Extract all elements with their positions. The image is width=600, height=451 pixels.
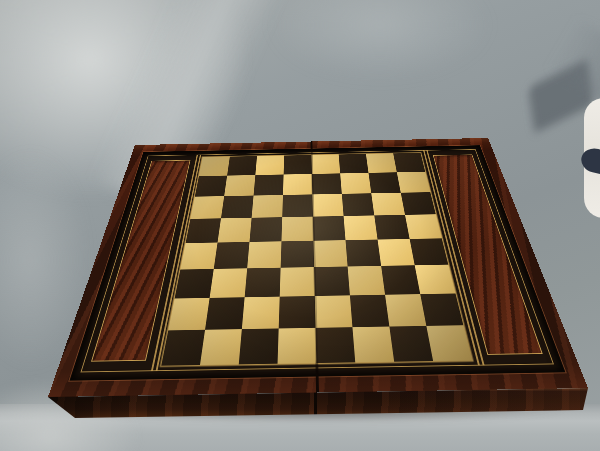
board-square (283, 174, 312, 195)
board-square (371, 193, 405, 216)
board-square (210, 268, 248, 298)
board-square (340, 173, 371, 194)
board-square (249, 217, 282, 242)
board-square (245, 268, 281, 298)
board-square (200, 329, 242, 365)
board-square (315, 295, 353, 327)
board-square (346, 240, 382, 267)
board-square (410, 238, 449, 265)
fabric-fold-highlight (270, 0, 490, 80)
board-square (405, 214, 442, 239)
board-square (312, 173, 342, 194)
board-square (311, 154, 340, 173)
board-square (314, 266, 350, 296)
board-square (316, 327, 356, 363)
board-square (186, 218, 221, 243)
board-square (195, 176, 227, 197)
board-square (190, 196, 224, 219)
board-square (281, 241, 314, 268)
board-square (214, 242, 250, 269)
board-square (252, 195, 283, 218)
scene (0, 0, 600, 451)
board-square (348, 266, 385, 295)
board-square (221, 196, 254, 219)
board-square (205, 297, 245, 330)
board-square (280, 267, 315, 297)
board-square (397, 172, 430, 193)
board-square (339, 154, 369, 173)
board-square (255, 156, 284, 175)
board-well (71, 146, 565, 380)
board-square (218, 218, 252, 243)
board-square (312, 194, 343, 217)
board-square (415, 265, 456, 294)
board-square (282, 194, 313, 217)
board-square (278, 328, 317, 364)
board-square (161, 330, 205, 366)
board-square (342, 193, 374, 216)
board-square (385, 294, 426, 326)
board-square (344, 215, 378, 240)
board-square (254, 174, 284, 195)
background-object (584, 98, 600, 218)
board-square (313, 240, 347, 267)
board-square (366, 153, 397, 172)
board-square (199, 157, 230, 177)
board-square (352, 327, 394, 363)
board-square (393, 153, 425, 172)
board-square (368, 172, 400, 193)
board-square (381, 265, 420, 294)
board-square (420, 293, 463, 325)
board-square (281, 217, 313, 242)
board-square (401, 192, 436, 215)
board-square (374, 215, 409, 240)
board-square (378, 239, 415, 266)
board-square (168, 298, 209, 331)
board-square (313, 216, 346, 241)
board-square (279, 296, 316, 328)
board-square (247, 241, 281, 268)
board-square (224, 175, 255, 196)
board-square (239, 328, 279, 364)
board-square (242, 297, 280, 329)
board-square (227, 156, 257, 176)
board-square (180, 243, 217, 270)
board-square (350, 295, 389, 327)
fabric-shadow (546, 17, 600, 104)
board-square (284, 155, 312, 174)
board-square (175, 269, 214, 299)
chessboard-box-top (48, 138, 588, 397)
